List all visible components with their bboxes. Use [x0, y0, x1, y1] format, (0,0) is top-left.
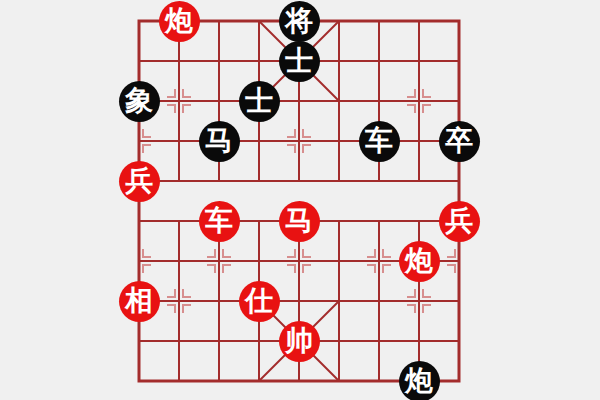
piece-red-pawn[interactable]: 兵: [439, 201, 480, 242]
piece-red-rook[interactable]: 车: [199, 201, 240, 242]
piece-black-cannon[interactable]: 炮: [399, 361, 440, 400]
piece-red-horse[interactable]: 马: [279, 201, 320, 242]
piece-black-elephant[interactable]: 象: [119, 81, 160, 122]
piece-red-advisor[interactable]: 仕: [239, 281, 280, 322]
piece-black-rook[interactable]: 车: [359, 121, 400, 162]
piece-black-horse[interactable]: 马: [199, 121, 240, 162]
piece-red-elephant[interactable]: 相: [119, 281, 160, 322]
piece-red-pawn[interactable]: 兵: [119, 161, 160, 202]
piece-red-cannon[interactable]: 炮: [159, 1, 200, 42]
piece-black-advisor[interactable]: 士: [239, 81, 280, 122]
piece-red-cannon[interactable]: 炮: [399, 241, 440, 282]
piece-red-general[interactable]: 帅: [279, 321, 320, 362]
piece-black-advisor[interactable]: 士: [279, 41, 320, 82]
piece-black-pawn[interactable]: 卒: [439, 121, 480, 162]
piece-black-general[interactable]: 将: [279, 1, 320, 42]
xiangqi-board-screenshot: 炮兵车马兵炮相仕帅将士象士马车卒炮: [0, 0, 600, 400]
